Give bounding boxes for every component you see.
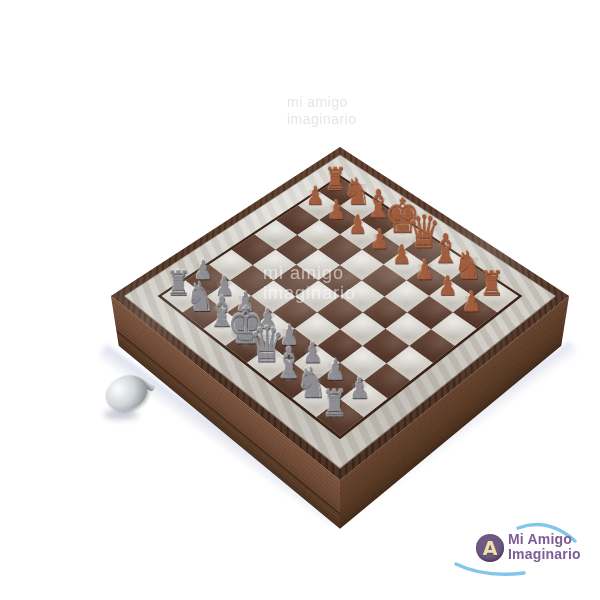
watermark-top-line1: mi amigo: [287, 94, 357, 111]
piece-silver-pawn[interactable]: ♟: [346, 373, 374, 402]
watermark-top-line2: imaginario: [287, 111, 357, 128]
logo-monogram-badge: A: [476, 534, 504, 562]
piece-copper-pawn[interactable]: ♟: [434, 272, 460, 299]
brand-logo: A Mi Amigo Imaginario: [445, 515, 597, 587]
logo-swoosh-bottom: [456, 564, 524, 574]
logo-text-line1: Mi Amigo: [508, 532, 581, 547]
product-photo: ♜♞♝♚♛♝♞♜♟♟♟♟♟♟♟♟♟♟♟♟♟♟♟♟♜♞♝♚♛♝♞♜ mi amig…: [0, 0, 600, 600]
watermark-top: mi amigo imaginario: [287, 94, 357, 128]
logo-text: Mi Amigo Imaginario: [508, 532, 581, 561]
chess-box: ♜♞♝♚♛♝♞♜♟♟♟♟♟♟♟♟♟♟♟♟♟♟♟♟♜♞♝♚♛♝♞♜: [111, 147, 569, 480]
logo-monogram: A: [483, 539, 498, 558]
watermark-center: mi amigo imaginario: [263, 264, 356, 303]
piece-silver-rook[interactable]: ♜: [320, 385, 348, 422]
watermark-center-line2: imaginario: [263, 284, 356, 304]
piece-copper-pawn[interactable]: ♟: [411, 256, 437, 283]
piece-silver-knight[interactable]: ♞: [296, 361, 324, 404]
board-top: ♜♞♝♚♛♝♞♜♟♟♟♟♟♟♟♟♟♟♟♟♟♟♟♟♜♞♝♚♛♝♞♜: [111, 147, 569, 480]
knob-shadow: [104, 410, 138, 419]
logo-text-line2: Imaginario: [508, 547, 581, 562]
piece-copper-pawn[interactable]: ♟: [389, 241, 414, 268]
drawer-knob: [100, 369, 153, 417]
piece-silver-queen[interactable]: ♛: [249, 319, 276, 368]
piece-copper-pawn[interactable]: ♟: [345, 211, 370, 237]
piece-copper-pawn[interactable]: ♟: [458, 288, 484, 315]
watermark-center-line1: mi amigo: [263, 264, 356, 284]
